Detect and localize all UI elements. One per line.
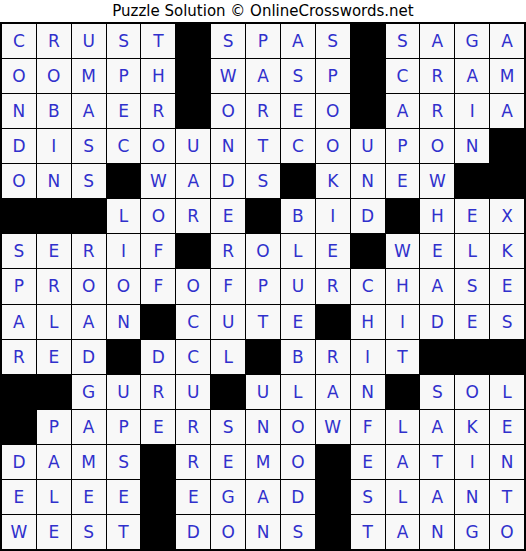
letter-cell: E <box>72 480 106 514</box>
letter-cell: R <box>176 199 210 233</box>
letter-cell: T <box>420 445 454 479</box>
block-cell <box>176 59 210 93</box>
letter-cell: U <box>281 269 315 303</box>
letter-cell: K <box>455 410 489 444</box>
letter-cell: N <box>420 515 454 549</box>
letter-cell: O <box>490 515 524 549</box>
letter-cell: S <box>420 375 454 409</box>
letter-cell: A <box>72 94 106 128</box>
letter-cell: P <box>107 410 141 444</box>
letter-cell: E <box>386 164 420 198</box>
letter-cell: L <box>455 234 489 268</box>
letter-cell: E <box>211 199 245 233</box>
letter-cell: S <box>386 24 420 58</box>
letter-cell: O <box>37 59 71 93</box>
letter-cell: N <box>490 445 524 479</box>
letter-cell: T <box>246 305 280 339</box>
letter-cell: L <box>211 340 245 374</box>
block-cell <box>351 234 385 268</box>
letter-cell: B <box>281 199 315 233</box>
letter-cell: N <box>246 515 280 549</box>
letter-cell: A <box>176 164 210 198</box>
block-cell <box>246 199 280 233</box>
letter-cell: E <box>107 480 141 514</box>
letter-cell: D <box>2 129 36 163</box>
letter-cell: E <box>455 305 489 339</box>
letter-cell: S <box>316 24 350 58</box>
letter-cell: E <box>2 480 36 514</box>
letter-cell: P <box>246 24 280 58</box>
letter-cell: E <box>281 305 315 339</box>
letter-cell: S <box>281 515 315 549</box>
letter-cell: A <box>420 410 454 444</box>
block-cell <box>455 340 489 374</box>
letter-cell: N <box>246 410 280 444</box>
letter-cell: O <box>176 269 210 303</box>
letter-cell: D <box>281 480 315 514</box>
letter-cell: M <box>490 59 524 93</box>
letter-cell: D <box>72 340 106 374</box>
letter-cell: H <box>141 59 175 93</box>
letter-cell: I <box>37 129 71 163</box>
letter-cell: C <box>2 24 36 58</box>
letter-cell: G <box>455 24 489 58</box>
block-cell <box>141 445 175 479</box>
letter-cell: W <box>141 164 175 198</box>
letter-cell: E <box>107 94 141 128</box>
letter-cell: A <box>2 305 36 339</box>
letter-cell: D <box>176 515 210 549</box>
letter-cell: A <box>490 24 524 58</box>
letter-cell: H <box>386 269 420 303</box>
block-cell <box>141 515 175 549</box>
letter-cell: O <box>72 269 106 303</box>
letter-cell: L <box>37 305 71 339</box>
letter-cell: T <box>141 24 175 58</box>
letter-cell: A <box>386 515 420 549</box>
letter-cell: S <box>72 515 106 549</box>
block-cell <box>141 305 175 339</box>
letter-cell: O <box>211 94 245 128</box>
letter-cell: T <box>351 515 385 549</box>
letter-cell: A <box>246 480 280 514</box>
letter-cell: K <box>490 234 524 268</box>
letter-cell: L <box>386 410 420 444</box>
letter-cell: T <box>246 129 280 163</box>
letter-cell: F <box>351 410 385 444</box>
block-cell <box>386 375 420 409</box>
block-cell <box>176 24 210 58</box>
letter-cell: S <box>107 445 141 479</box>
letter-cell: B <box>281 340 315 374</box>
title-bar: Puzzle Solution © OnlineCrosswords.net <box>0 0 526 22</box>
block-cell <box>37 199 71 233</box>
letter-cell: C <box>281 129 315 163</box>
letter-cell: L <box>107 199 141 233</box>
letter-cell: R <box>176 410 210 444</box>
block-cell <box>490 164 524 198</box>
letter-cell: W <box>386 234 420 268</box>
letter-cell: E <box>211 445 245 479</box>
letter-cell: D <box>2 445 36 479</box>
letter-cell: R <box>316 269 350 303</box>
letter-cell: S <box>281 59 315 93</box>
letter-cell: S <box>2 234 36 268</box>
letter-cell: R <box>420 59 454 93</box>
letter-cell: A <box>490 94 524 128</box>
letter-cell: R <box>37 24 71 58</box>
letter-cell: E <box>37 340 71 374</box>
block-cell <box>420 340 454 374</box>
letter-cell: A <box>72 305 106 339</box>
block-cell <box>386 199 420 233</box>
letter-cell: A <box>386 94 420 128</box>
letter-cell: R <box>37 269 71 303</box>
letter-cell: T <box>386 340 420 374</box>
letter-cell: E <box>455 199 489 233</box>
letter-cell: U <box>211 305 245 339</box>
letter-cell: L <box>386 480 420 514</box>
letter-cell: F <box>141 234 175 268</box>
letter-cell: L <box>281 234 315 268</box>
letter-cell: E <box>37 515 71 549</box>
letter-cell: R <box>176 445 210 479</box>
letter-cell: C <box>107 129 141 163</box>
letter-cell: W <box>2 515 36 549</box>
letter-cell: O <box>281 410 315 444</box>
letter-cell: O <box>420 129 454 163</box>
letter-cell: C <box>176 340 210 374</box>
block-cell <box>37 375 71 409</box>
letter-cell: O <box>281 445 315 479</box>
block-cell <box>455 164 489 198</box>
letter-cell: A <box>420 480 454 514</box>
letter-cell: D <box>420 305 454 339</box>
page-title: Puzzle Solution © OnlineCrosswords.net <box>112 0 413 22</box>
block-cell <box>2 199 36 233</box>
letter-cell: C <box>386 59 420 93</box>
letter-cell: I <box>351 340 385 374</box>
letter-cell: U <box>107 375 141 409</box>
letter-cell: E <box>281 94 315 128</box>
letter-cell: E <box>420 234 454 268</box>
letter-cell: P <box>246 269 280 303</box>
letter-cell: I <box>455 94 489 128</box>
letter-cell: E <box>351 445 385 479</box>
letter-cell: T <box>490 480 524 514</box>
letter-cell: P <box>107 59 141 93</box>
block-cell <box>316 305 350 339</box>
block-cell <box>141 480 175 514</box>
letter-cell: E <box>176 480 210 514</box>
letter-cell: R <box>72 234 106 268</box>
letter-cell: P <box>37 410 71 444</box>
letter-cell: M <box>72 445 106 479</box>
letter-cell: U <box>246 375 280 409</box>
letter-cell: O <box>316 94 350 128</box>
letter-cell: O <box>455 375 489 409</box>
letter-cell: S <box>455 269 489 303</box>
letter-cell: R <box>141 375 175 409</box>
letter-cell: S <box>72 164 106 198</box>
letter-cell: A <box>420 24 454 58</box>
letter-cell: G <box>455 515 489 549</box>
letter-cell: R <box>211 234 245 268</box>
letter-cell: R <box>2 340 36 374</box>
letter-cell: H <box>351 305 385 339</box>
letter-cell: X <box>490 199 524 233</box>
block-cell <box>246 340 280 374</box>
letter-cell: L <box>281 375 315 409</box>
letter-cell: B <box>37 94 71 128</box>
letter-cell: C <box>351 269 385 303</box>
letter-cell: O <box>2 59 36 93</box>
letter-cell: W <box>420 164 454 198</box>
block-cell <box>2 375 36 409</box>
block-cell <box>351 24 385 58</box>
letter-cell: S <box>211 410 245 444</box>
letter-cell: A <box>281 24 315 58</box>
block-cell <box>107 164 141 198</box>
letter-cell: A <box>420 269 454 303</box>
letter-cell: O <box>107 269 141 303</box>
block-cell <box>176 94 210 128</box>
letter-cell: S <box>246 164 280 198</box>
letter-cell: G <box>72 375 106 409</box>
letter-cell: R <box>141 94 175 128</box>
letter-cell: L <box>490 375 524 409</box>
letter-cell: N <box>2 94 36 128</box>
letter-cell: N <box>107 305 141 339</box>
letter-cell: H <box>420 199 454 233</box>
block-cell <box>107 340 141 374</box>
letter-cell: N <box>351 375 385 409</box>
letter-cell: O <box>316 129 350 163</box>
letter-cell: I <box>386 305 420 339</box>
letter-cell: A <box>455 59 489 93</box>
block-cell <box>351 94 385 128</box>
block-cell <box>211 375 245 409</box>
letter-cell: F <box>141 269 175 303</box>
letter-cell: I <box>316 199 350 233</box>
letter-cell: M <box>246 445 280 479</box>
letter-cell: K <box>316 164 350 198</box>
letter-cell: N <box>211 129 245 163</box>
block-cell <box>490 129 524 163</box>
letter-cell: N <box>455 480 489 514</box>
letter-cell: N <box>37 164 71 198</box>
letter-cell: F <box>211 269 245 303</box>
letter-cell: I <box>455 445 489 479</box>
letter-cell: U <box>351 129 385 163</box>
letter-cell: U <box>176 129 210 163</box>
letter-cell: N <box>455 129 489 163</box>
block-cell <box>2 410 36 444</box>
block-cell <box>72 199 106 233</box>
block-cell <box>351 59 385 93</box>
letter-cell: O <box>246 234 280 268</box>
letter-cell: P <box>386 129 420 163</box>
letter-cell: N <box>351 164 385 198</box>
letter-cell: W <box>211 59 245 93</box>
letter-cell: E <box>490 410 524 444</box>
letter-cell: E <box>316 234 350 268</box>
letter-cell: S <box>351 480 385 514</box>
letter-cell: S <box>107 24 141 58</box>
letter-cell: A <box>386 445 420 479</box>
letter-cell: O <box>141 199 175 233</box>
letter-cell: A <box>72 410 106 444</box>
block-cell <box>490 340 524 374</box>
letter-cell: W <box>316 410 350 444</box>
letter-cell: O <box>2 164 36 198</box>
letter-cell: S <box>490 305 524 339</box>
letter-cell: E <box>490 269 524 303</box>
letter-cell: P <box>2 269 36 303</box>
letter-cell: P <box>316 59 350 93</box>
letter-cell: L <box>37 480 71 514</box>
letter-cell: S <box>211 24 245 58</box>
letter-cell: I <box>107 234 141 268</box>
block-cell <box>316 445 350 479</box>
letter-cell: T <box>107 515 141 549</box>
letter-cell: E <box>37 234 71 268</box>
letter-cell: A <box>37 445 71 479</box>
letter-cell: O <box>141 129 175 163</box>
letter-cell: M <box>72 59 106 93</box>
letter-cell: A <box>316 375 350 409</box>
letter-cell: D <box>211 164 245 198</box>
letter-cell: D <box>141 340 175 374</box>
letter-cell: G <box>211 480 245 514</box>
block-cell <box>176 234 210 268</box>
letter-cell: E <box>141 410 175 444</box>
block-cell <box>316 480 350 514</box>
block-cell <box>316 515 350 549</box>
letter-cell: U <box>72 24 106 58</box>
letter-cell: C <box>176 305 210 339</box>
block-cell <box>281 164 315 198</box>
letter-cell: U <box>176 375 210 409</box>
letter-cell: R <box>246 94 280 128</box>
letter-cell: R <box>420 94 454 128</box>
letter-cell: R <box>316 340 350 374</box>
letter-cell: O <box>211 515 245 549</box>
letter-cell: S <box>72 129 106 163</box>
letter-cell: D <box>351 199 385 233</box>
letter-cell: A <box>246 59 280 93</box>
puzzle-solution-page: Puzzle Solution © OnlineCrosswords.net C… <box>0 0 526 551</box>
crossword-grid: CRUSTSPASSAGAOOMPHWASPCRAMNBAEROREOARIAD… <box>0 22 526 551</box>
